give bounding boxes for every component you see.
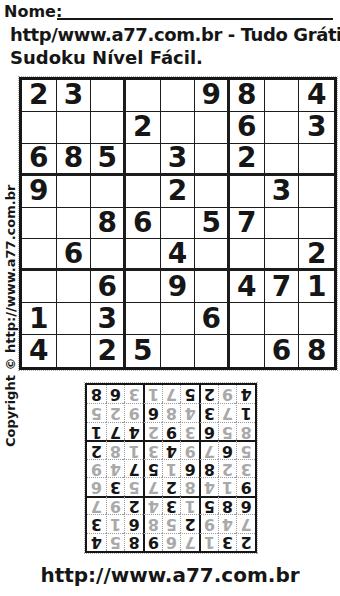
sudoku-cell-r3c4[interactable]: [126, 144, 161, 176]
sudoku-cell-r6c2: 6: [57, 239, 92, 271]
answer-cell-r8c9: 5: [87, 403, 106, 421]
answer-cell-r7c8: 7: [106, 422, 125, 440]
copyright-vertical-text: Copyright © http://www.a77.com.br: [3, 85, 20, 447]
sudoku-cell-r2c1[interactable]: [22, 112, 57, 144]
sudoku-cell-r3c5: 3: [161, 144, 196, 176]
answer-cell-r9c8: 6: [106, 385, 125, 403]
answer-cell-r6c5: 4: [162, 440, 181, 458]
sudoku-cell-r2c9: 3: [299, 112, 334, 144]
sudoku-board: 239842636853292386576426947113642568: [19, 77, 337, 370]
sudoku-cell-r9c3: 2: [91, 335, 126, 367]
sudoku-cell-r6c9: 2: [299, 239, 334, 271]
sudoku-cell-r4c3[interactable]: [91, 176, 126, 208]
answer-cell-r5c3: 8: [199, 459, 218, 477]
answer-cell-r2c3: 9: [199, 514, 218, 532]
sudoku-cell-r4c1: 9: [22, 176, 57, 208]
sudoku-cell-r8c6: 6: [195, 303, 230, 335]
sudoku-cell-r5c3: 8: [91, 208, 126, 240]
answer-cell-r3c2: 8: [218, 496, 237, 514]
sudoku-cell-r3c9[interactable]: [299, 144, 334, 176]
sudoku-cell-r1c6: 9: [195, 80, 230, 112]
sudoku-cell-r9c4: 5: [126, 335, 161, 367]
sudoku-cell-r2c2[interactable]: [57, 112, 92, 144]
answer-cell-r2c2: 4: [218, 514, 237, 532]
answer-cell-r4c7: 5: [124, 477, 143, 495]
answer-cell-r9c5: 7: [162, 385, 181, 403]
sudoku-cell-r1c7: 8: [230, 80, 265, 112]
answer-cell-r1c2: 3: [218, 533, 237, 551]
answer-cell-r9c2: 9: [218, 385, 237, 403]
answer-cell-r4c5: 2: [162, 477, 181, 495]
answer-cell-r9c7: 3: [124, 385, 143, 403]
answer-cell-r8c8: 2: [106, 403, 125, 421]
sudoku-cell-r3c6[interactable]: [195, 144, 230, 176]
sudoku-cell-r8c1: 1: [22, 303, 57, 335]
sudoku-cell-r5c7: 7: [230, 208, 265, 240]
name-label: Nome:: [4, 2, 62, 21]
sudoku-cell-r6c3[interactable]: [91, 239, 126, 271]
sudoku-cell-r3c3: 5: [91, 144, 126, 176]
sudoku-cell-r2c4: 2: [126, 112, 161, 144]
answer-cell-r3c1: 6: [236, 496, 255, 514]
sudoku-cell-r1c5[interactable]: [161, 80, 196, 112]
sudoku-cell-r8c8[interactable]: [265, 303, 300, 335]
answer-cell-r3c7: 2: [124, 496, 143, 514]
puzzle-level-title: Sudoku Nível Fácil.: [10, 47, 203, 68]
answer-cell-r9c6: 1: [143, 385, 162, 403]
sudoku-cell-r5c6: 5: [195, 208, 230, 240]
sudoku-cell-r5c2[interactable]: [57, 208, 92, 240]
answer-cell-r6c9: 2: [87, 440, 106, 458]
sudoku-cell-r7c5: 9: [161, 271, 196, 303]
sudoku-cell-r7c3: 6: [91, 271, 126, 303]
answer-cell-r1c9: 4: [87, 533, 106, 551]
answer-cell-r4c4: 8: [180, 477, 199, 495]
answer-cell-r6c3: 7: [199, 440, 218, 458]
sudoku-cell-r4c2[interactable]: [57, 176, 92, 208]
sudoku-cell-r1c9: 4: [299, 80, 334, 112]
answer-cell-r9c9: 8: [87, 385, 106, 403]
sudoku-cell-r1c4[interactable]: [126, 80, 161, 112]
answer-cell-r3c4: 1: [180, 496, 199, 514]
answer-cell-r4c8: 3: [106, 477, 125, 495]
answer-cell-r4c9: 6: [87, 477, 106, 495]
answer-cell-r2c6: 8: [143, 514, 162, 532]
answer-cell-r4c6: 7: [143, 477, 162, 495]
sudoku-cell-r2c5[interactable]: [161, 112, 196, 144]
sudoku-cell-r3c7: 2: [230, 144, 265, 176]
answer-cell-r7c6: 2: [143, 422, 162, 440]
answer-cell-r6c4: 9: [180, 440, 199, 458]
sudoku-cell-r8c4[interactable]: [126, 303, 161, 335]
sudoku-cell-r6c4[interactable]: [126, 239, 161, 271]
sudoku-cell-r3c8[interactable]: [265, 144, 300, 176]
sudoku-cell-r9c7[interactable]: [230, 335, 265, 367]
sudoku-cell-r7c4[interactable]: [126, 271, 161, 303]
sudoku-cell-r7c9: 1: [299, 271, 334, 303]
sudoku-cell-r5c4: 6: [126, 208, 161, 240]
sudoku-cell-r6c6[interactable]: [195, 239, 230, 271]
answer-cell-r8c5: 8: [162, 403, 181, 421]
answer-cell-r7c3: 6: [199, 422, 218, 440]
sudoku-cell-r8c2[interactable]: [57, 303, 92, 335]
answer-cell-r3c3: 5: [199, 496, 218, 514]
answer-cell-r6c1: 5: [236, 440, 255, 458]
answer-cell-r7c4: 3: [180, 422, 199, 440]
answer-cell-r3c6: 4: [143, 496, 162, 514]
answer-cell-r1c5: 6: [162, 533, 181, 551]
sudoku-cell-r7c6[interactable]: [195, 271, 230, 303]
sudoku-cell-r4c7[interactable]: [230, 176, 265, 208]
answer-cell-r9c3: 2: [199, 385, 218, 403]
sudoku-cell-r7c7: 4: [230, 271, 265, 303]
sudoku-cell-r5c8[interactable]: [265, 208, 300, 240]
answer-cell-r7c1: 8: [236, 422, 255, 440]
sudoku-cell-r6c7[interactable]: [230, 239, 265, 271]
answer-cell-r4c1: 9: [236, 477, 255, 495]
answer-cell-r8c1: 1: [236, 403, 255, 421]
sudoku-cell-r8c5[interactable]: [161, 303, 196, 335]
sudoku-cell-r7c1[interactable]: [22, 271, 57, 303]
answer-cell-r1c1: 2: [236, 533, 255, 551]
solution-board-rotated: 2317698547492586136851342979148275363286…: [85, 383, 257, 553]
sudoku-cell-r9c2[interactable]: [57, 335, 92, 367]
answer-cell-r8c4: 4: [180, 403, 199, 421]
answer-cell-r3c5: 3: [162, 496, 181, 514]
sudoku-cell-r5c9[interactable]: [299, 208, 334, 240]
answer-cell-r9c4: 5: [180, 385, 199, 403]
answer-cell-r7c5: 9: [162, 422, 181, 440]
answer-cell-r4c3: 4: [199, 477, 218, 495]
sudoku-cell-r3c1: 6: [22, 144, 57, 176]
answer-cell-r7c9: 1: [87, 422, 106, 440]
answer-cell-r2c1: 7: [236, 514, 255, 532]
answer-cell-r1c8: 5: [106, 533, 125, 551]
sudoku-cell-r1c2: 3: [57, 80, 92, 112]
sudoku-sheet: Nome: http/www.a77.com.br - Tudo Grátis.…: [0, 0, 340, 596]
answer-cell-r5c7: 7: [124, 459, 143, 477]
answer-cell-r7c2: 5: [218, 422, 237, 440]
answer-cell-r3c9: 7: [87, 496, 106, 514]
site-tagline: http/www.a77.com.br - Tudo Grátis.: [10, 24, 340, 45]
answer-cell-r5c5: 1: [162, 459, 181, 477]
sudoku-cell-r9c8: 6: [265, 335, 300, 367]
answer-cell-r2c7: 6: [124, 514, 143, 532]
sudoku-cell-r6c5: 4: [161, 239, 196, 271]
answer-cell-r8c2: 7: [218, 403, 237, 421]
name-blank-line[interactable]: [57, 0, 333, 20]
sudoku-cell-r7c2[interactable]: [57, 271, 92, 303]
answer-cell-r1c7: 8: [124, 533, 143, 551]
sudoku-cell-r2c3[interactable]: [91, 112, 126, 144]
answer-cell-r8c7: 9: [124, 403, 143, 421]
answer-cell-r4c2: 1: [218, 477, 237, 495]
answer-cell-r6c6: 3: [143, 440, 162, 458]
sudoku-cell-r9c9: 8: [299, 335, 334, 367]
sudoku-cell-r1c3[interactable]: [91, 80, 126, 112]
sudoku-cell-r4c4[interactable]: [126, 176, 161, 208]
sudoku-cell-r1c1: 2: [22, 80, 57, 112]
sudoku-cell-r6c8[interactable]: [265, 239, 300, 271]
sudoku-cell-r4c9[interactable]: [299, 176, 334, 208]
sudoku-cell-r3c2: 8: [57, 144, 92, 176]
sudoku-cell-r8c3: 3: [91, 303, 126, 335]
answer-cell-r2c8: 1: [106, 514, 125, 532]
footer-url: http://www.a77.com.br: [0, 563, 340, 587]
sudoku-cell-r2c8[interactable]: [265, 112, 300, 144]
sudoku-cell-r4c6[interactable]: [195, 176, 230, 208]
sudoku-cell-r6c1[interactable]: [22, 239, 57, 271]
answer-cell-r1c3: 1: [199, 533, 218, 551]
answer-cell-r1c4: 7: [180, 533, 199, 551]
answer-cell-r2c5: 5: [162, 514, 181, 532]
answer-cell-r8c6: 6: [143, 403, 162, 421]
answer-cell-r5c8: 4: [106, 459, 125, 477]
answer-cell-r5c1: 3: [236, 459, 255, 477]
sudoku-cell-r7c8: 7: [265, 271, 300, 303]
sudoku-cell-r1c8[interactable]: [265, 80, 300, 112]
answer-cell-r7c7: 4: [124, 422, 143, 440]
sudoku-cell-r2c6[interactable]: [195, 112, 230, 144]
answer-cell-r5c9: 9: [87, 459, 106, 477]
answer-cell-r1c6: 9: [143, 533, 162, 551]
answer-cell-r5c4: 6: [180, 459, 199, 477]
answer-cell-r9c1: 4: [236, 385, 255, 403]
sudoku-cell-r5c5[interactable]: [161, 208, 196, 240]
sudoku-cell-r4c8: 3: [265, 176, 300, 208]
answer-cell-r6c2: 6: [218, 440, 237, 458]
answer-cell-r2c9: 3: [87, 514, 106, 532]
sudoku-cell-r4c5: 2: [161, 176, 196, 208]
answer-cell-r6c8: 8: [106, 440, 125, 458]
sudoku-cell-r9c5[interactable]: [161, 335, 196, 367]
answer-cell-r5c6: 5: [143, 459, 162, 477]
sudoku-cell-r9c1: 4: [22, 335, 57, 367]
sudoku-cell-r9c6[interactable]: [195, 335, 230, 367]
sudoku-cell-r5c1[interactable]: [22, 208, 57, 240]
answer-cell-r6c7: 1: [124, 440, 143, 458]
sudoku-cell-r2c7: 6: [230, 112, 265, 144]
answer-cell-r2c4: 2: [180, 514, 199, 532]
answer-cell-r5c2: 2: [218, 459, 237, 477]
answer-cell-r3c8: 9: [106, 496, 125, 514]
sudoku-cell-r8c9[interactable]: [299, 303, 334, 335]
answer-cell-r8c3: 3: [199, 403, 218, 421]
sudoku-cell-r8c7[interactable]: [230, 303, 265, 335]
